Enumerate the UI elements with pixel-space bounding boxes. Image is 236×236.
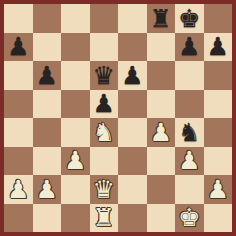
piece-black-pawn: ♟	[36, 63, 58, 88]
square-g1[interactable]: ♚	[175, 204, 204, 233]
square-c6[interactable]	[61, 61, 90, 90]
square-h2[interactable]: ♟	[204, 175, 233, 204]
square-h1[interactable]	[204, 204, 233, 233]
square-f2[interactable]	[147, 175, 176, 204]
piece-black-queen: ♛	[93, 63, 115, 88]
piece-white-pawn: ♟	[178, 148, 200, 173]
square-e3[interactable]	[118, 147, 147, 176]
square-g5[interactable]	[175, 90, 204, 119]
piece-black-rook: ♜	[150, 6, 172, 31]
square-d2[interactable]: ♛	[90, 175, 119, 204]
piece-white-pawn: ♟	[207, 177, 229, 202]
piece-black-pawn: ♟	[93, 91, 115, 116]
square-g2[interactable]	[175, 175, 204, 204]
square-e5[interactable]	[118, 90, 147, 119]
piece-white-rook: ♜	[93, 205, 115, 230]
square-c8[interactable]	[61, 4, 90, 33]
square-g4[interactable]: ♞	[175, 118, 204, 147]
square-e6[interactable]: ♟	[118, 61, 147, 90]
square-h3[interactable]	[204, 147, 233, 176]
board-frame: ♜♚♟♟♟♟♛♟♟♞♟♞♟♟♟♟♛♟♜♚	[0, 0, 236, 236]
square-h4[interactable]	[204, 118, 233, 147]
square-h8[interactable]	[204, 4, 233, 33]
piece-black-pawn: ♟	[207, 34, 229, 59]
square-b1[interactable]	[33, 204, 62, 233]
square-h7[interactable]: ♟	[204, 33, 233, 62]
square-b7[interactable]	[33, 33, 62, 62]
square-d5[interactable]: ♟	[90, 90, 119, 119]
square-f4[interactable]: ♟	[147, 118, 176, 147]
square-g7[interactable]: ♟	[175, 33, 204, 62]
square-a2[interactable]: ♟	[4, 175, 33, 204]
square-a8[interactable]	[4, 4, 33, 33]
square-b5[interactable]	[33, 90, 62, 119]
square-d1[interactable]: ♜	[90, 204, 119, 233]
piece-white-king: ♚	[178, 205, 200, 230]
piece-white-queen: ♛	[93, 177, 115, 202]
piece-black-king: ♚	[178, 6, 200, 31]
square-f5[interactable]	[147, 90, 176, 119]
square-a5[interactable]	[4, 90, 33, 119]
square-f3[interactable]	[147, 147, 176, 176]
square-c1[interactable]	[61, 204, 90, 233]
square-c2[interactable]	[61, 175, 90, 204]
square-e7[interactable]	[118, 33, 147, 62]
square-c7[interactable]	[61, 33, 90, 62]
square-c3[interactable]: ♟	[61, 147, 90, 176]
piece-black-pawn: ♟	[178, 34, 200, 59]
square-g6[interactable]	[175, 61, 204, 90]
square-f1[interactable]	[147, 204, 176, 233]
square-b2[interactable]: ♟	[33, 175, 62, 204]
square-e2[interactable]	[118, 175, 147, 204]
square-c5[interactable]	[61, 90, 90, 119]
square-b4[interactable]	[33, 118, 62, 147]
piece-black-knight: ♞	[178, 120, 200, 145]
piece-white-pawn: ♟	[64, 148, 86, 173]
square-g3[interactable]: ♟	[175, 147, 204, 176]
square-f7[interactable]	[147, 33, 176, 62]
square-h5[interactable]	[204, 90, 233, 119]
piece-white-pawn: ♟	[7, 177, 29, 202]
square-e8[interactable]	[118, 4, 147, 33]
piece-white-pawn: ♟	[150, 120, 172, 145]
square-d7[interactable]	[90, 33, 119, 62]
square-b6[interactable]: ♟	[33, 61, 62, 90]
square-e4[interactable]	[118, 118, 147, 147]
square-d8[interactable]	[90, 4, 119, 33]
square-a6[interactable]	[4, 61, 33, 90]
square-a4[interactable]	[4, 118, 33, 147]
square-e1[interactable]	[118, 204, 147, 233]
square-f8[interactable]: ♜	[147, 4, 176, 33]
square-b8[interactable]	[33, 4, 62, 33]
square-g8[interactable]: ♚	[175, 4, 204, 33]
square-d4[interactable]: ♞	[90, 118, 119, 147]
chess-board: ♜♚♟♟♟♟♛♟♟♞♟♞♟♟♟♟♛♟♜♚	[4, 4, 232, 232]
square-c4[interactable]	[61, 118, 90, 147]
square-d3[interactable]	[90, 147, 119, 176]
piece-black-pawn: ♟	[7, 34, 29, 59]
square-b3[interactable]	[33, 147, 62, 176]
square-d6[interactable]: ♛	[90, 61, 119, 90]
square-a3[interactable]	[4, 147, 33, 176]
piece-black-pawn: ♟	[121, 63, 143, 88]
square-f6[interactable]	[147, 61, 176, 90]
square-a7[interactable]: ♟	[4, 33, 33, 62]
square-h6[interactable]	[204, 61, 233, 90]
piece-white-knight: ♞	[93, 120, 115, 145]
square-a1[interactable]	[4, 204, 33, 233]
piece-white-pawn: ♟	[36, 177, 58, 202]
